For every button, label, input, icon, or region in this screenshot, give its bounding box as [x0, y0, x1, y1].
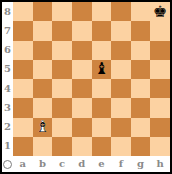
file-label-e: e: [92, 156, 112, 172]
square-b6[interactable]: [33, 41, 53, 60]
square-g8[interactable]: [131, 2, 151, 21]
square-e6[interactable]: [92, 41, 112, 60]
square-b8[interactable]: [33, 2, 53, 21]
square-b3[interactable]: [33, 98, 53, 117]
square-b7[interactable]: [33, 21, 53, 40]
square-g3[interactable]: [131, 98, 151, 117]
square-h6[interactable]: [150, 41, 170, 60]
square-e4[interactable]: [92, 79, 112, 98]
square-h1[interactable]: [150, 137, 170, 156]
square-d2[interactable]: [72, 118, 92, 137]
square-c5[interactable]: [52, 60, 72, 79]
square-d3[interactable]: [72, 98, 92, 117]
square-a4[interactable]: [13, 79, 33, 98]
square-b1[interactable]: [33, 137, 53, 156]
rank-label-8: 8: [2, 2, 13, 21]
rank-label-7: 7: [2, 21, 13, 40]
black-king-glyph: ♚: [153, 4, 167, 20]
square-d6[interactable]: [72, 41, 92, 60]
file-label-b: b: [33, 156, 53, 172]
chess-diagram: 8♚765♝432♝♗1abcdefgh: [2, 2, 170, 172]
square-e8[interactable]: [92, 2, 112, 21]
file-label-h: h: [150, 156, 170, 172]
file-label-f: f: [111, 156, 131, 172]
rank-label-6: 6: [2, 41, 13, 60]
square-f6[interactable]: [111, 41, 131, 60]
white-bishop[interactable]: ♝♗: [35, 119, 49, 135]
square-c2[interactable]: [52, 118, 72, 137]
square-b5[interactable]: [33, 60, 53, 79]
square-d8[interactable]: [72, 2, 92, 21]
square-c1[interactable]: [52, 137, 72, 156]
white-bishop-outline: ♗: [35, 119, 49, 135]
black-bishop-glyph: ♝: [94, 61, 108, 77]
square-a3[interactable]: [13, 98, 33, 117]
square-d1[interactable]: [72, 137, 92, 156]
square-h2[interactable]: [150, 118, 170, 137]
black-bishop[interactable]: ♝: [94, 61, 108, 77]
square-a6[interactable]: [13, 41, 33, 60]
square-c4[interactable]: [52, 79, 72, 98]
square-e3[interactable]: [92, 98, 112, 117]
square-c6[interactable]: [52, 41, 72, 60]
square-g2[interactable]: [131, 118, 151, 137]
square-b4[interactable]: [33, 79, 53, 98]
square-d5[interactable]: [72, 60, 92, 79]
file-label-d: d: [72, 156, 92, 172]
square-a8[interactable]: [13, 2, 33, 21]
square-g4[interactable]: [131, 79, 151, 98]
square-a5[interactable]: [13, 60, 33, 79]
square-a7[interactable]: [13, 21, 33, 40]
square-g5[interactable]: [131, 60, 151, 79]
square-a1[interactable]: [13, 137, 33, 156]
square-e1[interactable]: [92, 137, 112, 156]
square-e7[interactable]: [92, 21, 112, 40]
chess-diagram-frame: 8♚765♝432♝♗1abcdefgh: [0, 0, 172, 174]
file-label-g: g: [131, 156, 151, 172]
square-f7[interactable]: [111, 21, 131, 40]
square-g7[interactable]: [131, 21, 151, 40]
rank-label-3: 3: [2, 98, 13, 117]
square-e2[interactable]: [92, 118, 112, 137]
square-f2[interactable]: [111, 118, 131, 137]
square-a2[interactable]: [13, 118, 33, 137]
square-g6[interactable]: [131, 41, 151, 60]
square-h7[interactable]: [150, 21, 170, 40]
side-to-move-corner: [2, 156, 13, 172]
square-h3[interactable]: [150, 98, 170, 117]
rank-label-2: 2: [2, 118, 13, 137]
square-c7[interactable]: [52, 21, 72, 40]
square-c8[interactable]: [52, 2, 72, 21]
square-d4[interactable]: [72, 79, 92, 98]
rank-label-4: 4: [2, 79, 13, 98]
square-b2[interactable]: ♝♗: [33, 118, 53, 137]
rank-label-5: 5: [2, 60, 13, 79]
black-king[interactable]: ♚: [153, 4, 167, 20]
square-f5[interactable]: [111, 60, 131, 79]
square-c3[interactable]: [52, 98, 72, 117]
square-g1[interactable]: [131, 137, 151, 156]
file-label-a: a: [13, 156, 33, 172]
square-h8[interactable]: ♚: [150, 2, 170, 21]
square-f4[interactable]: [111, 79, 131, 98]
square-d7[interactable]: [72, 21, 92, 40]
square-h4[interactable]: [150, 79, 170, 98]
square-h5[interactable]: [150, 60, 170, 79]
square-e5[interactable]: ♝: [92, 60, 112, 79]
square-f3[interactable]: [111, 98, 131, 117]
white-to-move-indicator: [3, 160, 12, 169]
square-f1[interactable]: [111, 137, 131, 156]
square-f8[interactable]: [111, 2, 131, 21]
rank-label-1: 1: [2, 137, 13, 156]
file-label-c: c: [52, 156, 72, 172]
